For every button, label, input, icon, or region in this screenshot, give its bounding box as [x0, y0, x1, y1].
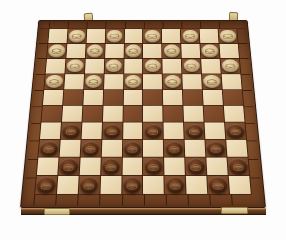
square-g10	[162, 29, 180, 43]
square-g4	[164, 123, 184, 139]
board-frame: ⛀⛀⛀⛀⛀⛀⛀⛀⛀⛀⛀⛀⛀⛀⛀⛀⛀⛀⛀⛀⛂⛂⛂⛂⛂⛂⛂⛂⛂⛂⛂⛂⛂⛂⛂⛂⛂⛂⛂⛂	[20, 20, 266, 208]
dark-man[interactable]: ⛂	[226, 124, 244, 138]
dark-man[interactable]: ⛂	[165, 141, 183, 156]
square-c4	[81, 123, 101, 139]
square-h5	[184, 106, 204, 122]
square-b3	[59, 140, 80, 157]
square-a8	[46, 59, 66, 74]
square-b8[interactable]: ⛀	[65, 59, 84, 74]
square-h1	[186, 176, 207, 194]
square-h6[interactable]	[183, 90, 203, 105]
dark-man[interactable]: ⛂	[37, 177, 56, 193]
square-j1	[229, 176, 251, 194]
dark-man[interactable]: ⛂	[59, 159, 78, 174]
square-f1	[143, 176, 164, 194]
square-c5[interactable]	[82, 106, 102, 122]
square-b6[interactable]	[63, 90, 83, 105]
square-a10	[48, 29, 67, 43]
dark-man[interactable]: ⛂	[102, 159, 120, 174]
dark-man[interactable]: ⛂	[145, 124, 162, 138]
square-e2	[122, 158, 142, 175]
square-h3	[185, 140, 206, 157]
square-e9[interactable]: ⛀	[124, 44, 142, 58]
square-i5[interactable]	[204, 106, 224, 122]
light-man[interactable]: ⛀	[106, 30, 122, 42]
light-man[interactable]: ⛀	[87, 45, 104, 58]
square-h8[interactable]: ⛀	[182, 59, 201, 74]
square-d9	[105, 44, 124, 58]
square-a4	[40, 123, 61, 139]
square-f2[interactable]: ⛂	[143, 158, 163, 175]
square-h4[interactable]: ⛂	[184, 123, 204, 139]
dark-man[interactable]: ⛂	[207, 141, 225, 156]
light-man[interactable]: ⛀	[222, 60, 239, 73]
square-c9[interactable]: ⛀	[86, 44, 105, 58]
square-j7	[222, 74, 242, 89]
light-man[interactable]: ⛀	[203, 75, 220, 88]
square-d2[interactable]: ⛂	[101, 158, 122, 175]
square-a5[interactable]	[41, 106, 62, 122]
square-f4[interactable]: ⛂	[143, 123, 163, 139]
square-b4[interactable]: ⛂	[61, 123, 82, 139]
light-man[interactable]: ⛀	[105, 60, 122, 73]
light-man[interactable]: ⛀	[164, 75, 181, 88]
square-a9[interactable]: ⛀	[47, 44, 66, 58]
square-i9[interactable]: ⛀	[201, 44, 220, 58]
square-e1[interactable]: ⛂	[122, 176, 143, 194]
square-e7[interactable]: ⛀	[124, 74, 143, 89]
square-f10[interactable]: ⛀	[143, 29, 161, 43]
light-man[interactable]: ⛀	[48, 45, 65, 58]
square-j2[interactable]: ⛂	[228, 158, 250, 175]
square-i7[interactable]: ⛀	[202, 74, 222, 89]
light-man[interactable]: ⛀	[220, 30, 237, 42]
square-d6[interactable]	[103, 90, 122, 105]
square-d4[interactable]: ⛂	[102, 123, 122, 139]
light-man[interactable]: ⛀	[202, 45, 219, 58]
dark-man[interactable]: ⛂	[80, 177, 99, 193]
square-e10	[124, 29, 142, 43]
light-man[interactable]: ⛀	[144, 30, 160, 42]
dark-man[interactable]: ⛂	[209, 177, 228, 193]
square-e3[interactable]: ⛂	[122, 140, 142, 157]
square-j8[interactable]: ⛀	[221, 59, 241, 74]
light-man[interactable]: ⛀	[125, 45, 141, 58]
square-b10[interactable]: ⛀	[67, 29, 86, 43]
brass-hinge-right	[221, 207, 248, 214]
square-g7[interactable]: ⛀	[163, 74, 182, 89]
square-g1[interactable]: ⛂	[165, 176, 186, 194]
square-c8	[85, 59, 104, 74]
square-g2	[164, 158, 185, 175]
light-man[interactable]: ⛀	[46, 75, 64, 88]
dark-man[interactable]: ⛂	[40, 141, 59, 156]
square-b5	[62, 106, 82, 122]
square-g8	[163, 59, 182, 74]
dark-man[interactable]: ⛂	[187, 159, 205, 174]
square-h9	[182, 44, 201, 58]
square-d10[interactable]: ⛀	[105, 29, 123, 43]
square-h7	[183, 74, 202, 89]
dark-man[interactable]: ⛂	[124, 141, 142, 156]
light-man[interactable]: ⛀	[85, 75, 102, 88]
square-e5[interactable]	[123, 106, 142, 122]
square-f3	[143, 140, 163, 157]
square-i1[interactable]: ⛂	[207, 176, 229, 194]
dark-man[interactable]: ⛂	[82, 141, 100, 156]
square-e6	[123, 90, 142, 105]
light-man[interactable]: ⛀	[66, 60, 83, 73]
square-g5[interactable]	[164, 106, 184, 122]
square-f9	[143, 44, 161, 58]
square-b7	[64, 74, 84, 89]
square-c7[interactable]: ⛀	[84, 74, 103, 89]
square-j5	[224, 106, 245, 122]
dark-man[interactable]: ⛂	[145, 159, 163, 174]
light-man[interactable]: ⛀	[182, 30, 198, 42]
square-c6	[83, 90, 103, 105]
dark-man[interactable]: ⛂	[166, 177, 184, 193]
square-d7	[104, 74, 123, 89]
square-j4[interactable]: ⛂	[225, 123, 246, 139]
square-g3[interactable]: ⛂	[164, 140, 184, 157]
brass-hinge-left	[44, 208, 70, 215]
dark-man[interactable]: ⛂	[103, 124, 121, 138]
square-g6	[163, 90, 182, 105]
square-a1[interactable]: ⛂	[35, 176, 57, 194]
square-c1[interactable]: ⛂	[79, 176, 100, 194]
square-c2	[80, 158, 101, 175]
square-c3[interactable]: ⛂	[80, 140, 101, 157]
product-photo-scene: ⛀⛀⛀⛀⛀⛀⛀⛀⛀⛀⛀⛀⛀⛀⛀⛀⛀⛀⛀⛀⛂⛂⛂⛂⛂⛂⛂⛂⛂⛂⛂⛂⛂⛂⛂⛂⛂⛂⛂⛂	[0, 0, 286, 240]
light-man[interactable]: ⛀	[125, 75, 142, 88]
square-b9	[66, 44, 85, 58]
square-a2	[37, 158, 59, 175]
square-d5	[103, 106, 123, 122]
square-h2[interactable]: ⛂	[186, 158, 207, 175]
square-i10	[200, 29, 219, 43]
square-j6[interactable]	[223, 90, 243, 105]
square-f7	[143, 74, 162, 89]
square-e8	[124, 59, 143, 74]
square-a6	[43, 90, 63, 105]
square-a7[interactable]: ⛀	[44, 74, 64, 89]
square-i6	[203, 90, 223, 105]
square-d3	[101, 140, 121, 157]
square-c10	[86, 29, 105, 43]
square-f6[interactable]	[143, 90, 162, 105]
dark-man[interactable]: ⛂	[229, 159, 248, 174]
square-e4	[123, 123, 143, 139]
square-i3[interactable]: ⛂	[206, 140, 227, 157]
dark-man[interactable]: ⛂	[185, 124, 203, 138]
dark-man[interactable]: ⛂	[123, 177, 141, 193]
square-g9[interactable]: ⛀	[162, 44, 181, 58]
square-i4	[205, 123, 226, 139]
dark-man[interactable]: ⛂	[62, 124, 80, 138]
board-grid: ⛀⛀⛀⛀⛀⛀⛀⛀⛀⛀⛀⛀⛀⛀⛀⛀⛀⛀⛀⛀⛂⛂⛂⛂⛂⛂⛂⛂⛂⛂⛂⛂⛂⛂⛂⛂⛂⛂⛂⛂	[34, 29, 252, 195]
square-f8[interactable]: ⛀	[143, 59, 162, 74]
square-f5	[143, 106, 162, 122]
light-man[interactable]: ⛀	[164, 45, 180, 58]
square-i2	[207, 158, 228, 175]
square-i8	[201, 59, 220, 74]
draughts-board: ⛀⛀⛀⛀⛀⛀⛀⛀⛀⛀⛀⛀⛀⛀⛀⛀⛀⛀⛀⛀⛂⛂⛂⛂⛂⛂⛂⛂⛂⛂⛂⛂⛂⛂⛂⛂⛂⛂⛂⛂	[20, 20, 266, 208]
square-h10[interactable]: ⛀	[181, 29, 200, 43]
square-d8[interactable]: ⛀	[104, 59, 123, 74]
light-man[interactable]: ⛀	[145, 60, 161, 73]
square-j10[interactable]: ⛀	[219, 29, 238, 43]
square-j3	[226, 140, 247, 157]
light-man[interactable]: ⛀	[68, 30, 85, 42]
light-man[interactable]: ⛀	[183, 60, 200, 73]
square-b2[interactable]: ⛂	[58, 158, 79, 175]
square-a3[interactable]: ⛂	[38, 140, 59, 157]
square-d1	[100, 176, 121, 194]
square-j9	[220, 44, 239, 58]
square-b1	[57, 176, 79, 194]
